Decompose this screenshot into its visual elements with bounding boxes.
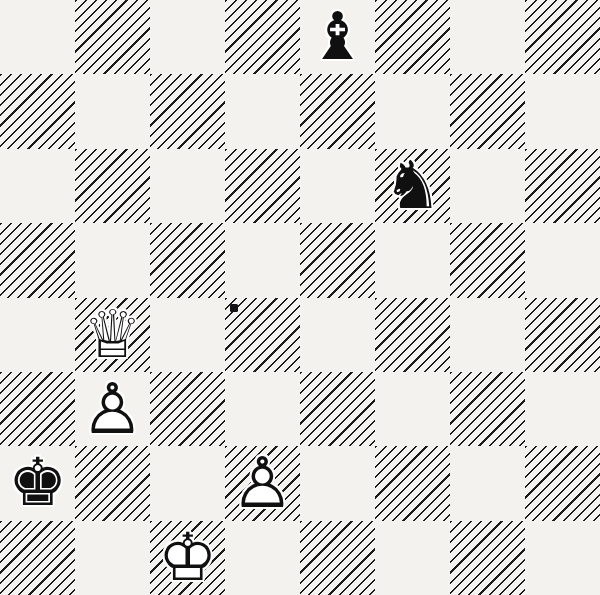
piece-glyph: ♙ (231, 448, 294, 518)
square-f1[interactable] (375, 521, 450, 595)
square-a5[interactable] (0, 223, 75, 297)
square-b7[interactable] (75, 74, 150, 148)
square-g3[interactable] (450, 372, 525, 446)
piece-glyph: ♙ (81, 374, 144, 444)
square-g1[interactable] (450, 521, 525, 595)
square-c2[interactable] (150, 446, 225, 520)
square-g4[interactable] (450, 298, 525, 372)
square-a4[interactable] (0, 298, 75, 372)
square-e3[interactable] (300, 372, 375, 446)
square-h4[interactable] (525, 298, 600, 372)
square-a7[interactable] (0, 74, 75, 148)
square-d7[interactable] (225, 74, 300, 148)
square-d6[interactable] (225, 149, 300, 223)
square-e7[interactable] (300, 74, 375, 148)
square-e8[interactable]: ♝♝ (300, 0, 375, 74)
square-d5[interactable] (225, 223, 300, 297)
piece-glyph: ♞ (383, 153, 442, 219)
white-king[interactable]: ♚♔ (158, 525, 217, 591)
white-pawn[interactable]: ♟♙ (231, 448, 294, 518)
square-c7[interactable] (150, 74, 225, 148)
black-king[interactable]: ♚♚ (8, 450, 67, 516)
square-b3[interactable]: ♟♙ (75, 372, 150, 446)
square-b1[interactable] (75, 521, 150, 595)
square-e5[interactable] (300, 223, 375, 297)
square-a1[interactable] (0, 521, 75, 595)
square-d3[interactable] (225, 372, 300, 446)
square-c6[interactable] (150, 149, 225, 223)
square-c1[interactable]: ♚♔ (150, 521, 225, 595)
square-h1[interactable] (525, 521, 600, 595)
square-h5[interactable] (525, 223, 600, 297)
square-g8[interactable] (450, 0, 525, 74)
square-a2[interactable]: ♚♚ (0, 446, 75, 520)
square-d8[interactable] (225, 0, 300, 74)
square-b4[interactable]: ♛♕ (75, 298, 150, 372)
square-g6[interactable] (450, 149, 525, 223)
piece-glyph: ♔ (158, 525, 217, 591)
square-f4[interactable] (375, 298, 450, 372)
square-g7[interactable] (450, 74, 525, 148)
square-d1[interactable] (225, 521, 300, 595)
piece-glyph: ♕ (83, 302, 142, 368)
square-c4[interactable] (150, 298, 225, 372)
square-h6[interactable] (525, 149, 600, 223)
square-f6[interactable]: ♞♞ (375, 149, 450, 223)
square-a3[interactable] (0, 372, 75, 446)
square-b8[interactable] (75, 0, 150, 74)
black-bishop[interactable]: ♝♝ (308, 4, 367, 70)
chess-diagram: ♝♝♞♞♛♕♟♙♚♚♟♙♚♔ (0, 0, 600, 595)
square-g2[interactable] (450, 446, 525, 520)
chess-board: ♝♝♞♞♛♕♟♙♚♚♟♙♚♔ (0, 0, 600, 595)
square-b5[interactable] (75, 223, 150, 297)
piece-glyph: ♚ (8, 450, 67, 516)
square-f5[interactable] (375, 223, 450, 297)
white-pawn[interactable]: ♟♙ (81, 374, 144, 444)
white-queen[interactable]: ♛♕ (83, 302, 142, 368)
square-e6[interactable] (300, 149, 375, 223)
square-d2[interactable]: ♟♙ (225, 446, 300, 520)
square-h7[interactable] (525, 74, 600, 148)
square-a6[interactable] (0, 149, 75, 223)
black-knight[interactable]: ♞♞ (383, 153, 442, 219)
square-a8[interactable] (0, 0, 75, 74)
square-h8[interactable] (525, 0, 600, 74)
square-e1[interactable] (300, 521, 375, 595)
square-f2[interactable] (375, 446, 450, 520)
square-c5[interactable] (150, 223, 225, 297)
square-e2[interactable] (300, 446, 375, 520)
square-f8[interactable] (375, 0, 450, 74)
square-b2[interactable] (75, 446, 150, 520)
square-c3[interactable] (150, 372, 225, 446)
square-h2[interactable] (525, 446, 600, 520)
square-h3[interactable] (525, 372, 600, 446)
square-g5[interactable] (450, 223, 525, 297)
square-c8[interactable] (150, 0, 225, 74)
piece-glyph: ♝ (308, 4, 367, 70)
ink-speck (230, 304, 238, 312)
square-f7[interactable] (375, 74, 450, 148)
square-b6[interactable] (75, 149, 150, 223)
square-e4[interactable] (300, 298, 375, 372)
square-f3[interactable] (375, 372, 450, 446)
